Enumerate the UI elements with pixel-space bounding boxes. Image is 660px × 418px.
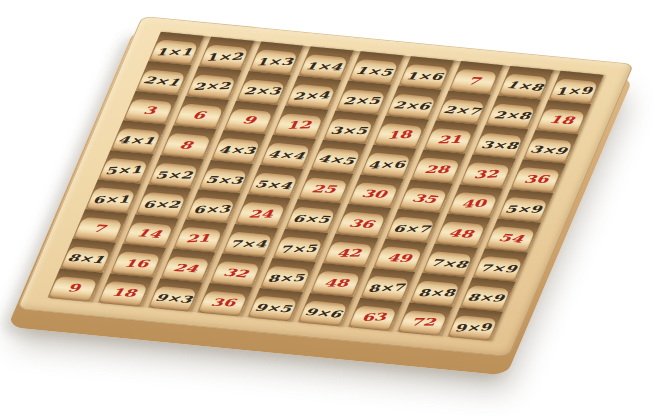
wooden-roller[interactable]: 42 bbox=[324, 241, 373, 266]
wooden-roller[interactable]: 16 bbox=[111, 251, 160, 276]
roller-cell-r1c3[interactable]: 1×3 bbox=[248, 42, 303, 76]
wooden-roller[interactable]: 9×3 bbox=[149, 285, 198, 310]
wooden-roller[interactable]: 7×8 bbox=[424, 251, 473, 276]
roller-cell-r6c2[interactable]: 6×2 bbox=[135, 184, 190, 218]
wooden-roller[interactable]: 9 bbox=[49, 276, 98, 301]
equation-label: 7×5 bbox=[280, 243, 317, 254]
equation-label: 7×4 bbox=[230, 239, 268, 249]
roller-cell-r3c6[interactable]: 18 bbox=[373, 115, 428, 149]
wooden-roller[interactable]: 7×4 bbox=[224, 231, 273, 256]
wooden-roller[interactable]: 30 bbox=[349, 182, 398, 207]
roller-cell-r9c6[interactable]: 9×6 bbox=[297, 293, 352, 327]
roller-cell-r5c6[interactable]: 30 bbox=[348, 174, 403, 208]
wooden-roller[interactable]: 8 bbox=[162, 133, 211, 158]
wooden-roller[interactable]: 2×3 bbox=[237, 79, 286, 104]
roller-cell-r8c6[interactable]: 48 bbox=[310, 263, 365, 297]
product-label: 6 bbox=[191, 111, 206, 122]
product-label: 48 bbox=[448, 228, 475, 239]
roller-cell-r7c6[interactable]: 42 bbox=[323, 234, 378, 268]
wooden-roller[interactable]: 72 bbox=[399, 310, 448, 335]
roller-cell-r2c5[interactable]: 2×5 bbox=[336, 81, 391, 115]
roller-cell-r3c9[interactable]: 3×9 bbox=[523, 130, 578, 164]
wooden-roller[interactable]: 4×1 bbox=[112, 128, 161, 153]
equation-label: 2×4 bbox=[293, 91, 330, 102]
roller-cell-r1c7[interactable]: 7 bbox=[448, 61, 503, 95]
wooden-roller[interactable]: 48 bbox=[311, 271, 360, 296]
product-label: 9 bbox=[67, 283, 80, 293]
wooden-roller[interactable]: 8×8 bbox=[411, 280, 460, 305]
equation-label: 1×9 bbox=[555, 86, 592, 97]
roller-cell-r3c2[interactable]: 6 bbox=[173, 96, 228, 130]
wooden-roller[interactable]: 36 bbox=[337, 211, 386, 236]
roller-cell-r4c2[interactable]: 8 bbox=[160, 125, 215, 159]
wooden-roller[interactable]: 1×4 bbox=[300, 54, 349, 79]
product-label: 35 bbox=[410, 193, 438, 205]
roller-cell-r3c1[interactable]: 3 bbox=[123, 91, 178, 125]
equation-label: 5×4 bbox=[254, 179, 293, 191]
equation-label: 6×7 bbox=[392, 224, 430, 234]
wooden-roller[interactable]: 7×5 bbox=[274, 236, 323, 261]
wooden-roller[interactable]: 5×4 bbox=[249, 172, 298, 197]
wooden-roller[interactable]: 9×6 bbox=[299, 300, 348, 325]
roller-cell-r2c1[interactable]: 2×1 bbox=[136, 61, 191, 95]
product-label: 24 bbox=[248, 209, 274, 219]
equation-label: 8×1 bbox=[66, 253, 105, 265]
wooden-roller[interactable]: 2×4 bbox=[287, 83, 336, 108]
product-label: 32 bbox=[474, 169, 499, 180]
equation-label: 6×5 bbox=[292, 214, 331, 225]
product-label: 18 bbox=[548, 115, 575, 126]
equation-label: 5×3 bbox=[204, 175, 243, 186]
product-label: 40 bbox=[461, 199, 486, 210]
equation-label: 5×9 bbox=[505, 204, 543, 214]
equation-label: 9×5 bbox=[254, 302, 293, 314]
product-label: 42 bbox=[336, 249, 362, 259]
roller-cell-r8c2[interactable]: 16 bbox=[110, 244, 165, 278]
roller-cell-r4c5[interactable]: 4×5 bbox=[310, 140, 365, 174]
roller-cell-r6c5[interactable]: 6×5 bbox=[285, 199, 340, 233]
roller-cell-r4c1[interactable]: 4×1 bbox=[111, 120, 166, 154]
roller-cell-r3c7[interactable]: 21 bbox=[423, 120, 478, 154]
roller-cell-r2c2[interactable]: 2×2 bbox=[186, 66, 241, 100]
product-label: 24 bbox=[172, 263, 199, 274]
wooden-tray: 1×11×21×31×41×51×671×81×92×12×22×32×42×5… bbox=[17, 16, 634, 357]
roller-cell-r1c2[interactable]: 1×2 bbox=[198, 37, 253, 71]
equation-label: 4×4 bbox=[267, 150, 306, 162]
wooden-roller[interactable]: 2×7 bbox=[437, 98, 486, 123]
roller-cell-r5c7[interactable]: 35 bbox=[398, 179, 453, 213]
wooden-roller[interactable]: 8×7 bbox=[361, 275, 410, 300]
equation-label: 2×3 bbox=[242, 86, 280, 96]
multiplication-board: 1×11×21×31×41×51×671×81×92×12×22×32×42×5… bbox=[17, 16, 634, 357]
roller-cell-r1c8[interactable]: 1×8 bbox=[498, 66, 553, 100]
wooden-roller[interactable]: 5×3 bbox=[199, 167, 248, 192]
roller-cell-r7c8[interactable]: 7×8 bbox=[423, 243, 478, 277]
equation-label: 5×1 bbox=[105, 165, 142, 176]
product-label: 49 bbox=[385, 253, 412, 264]
roller-grid: 1×11×21×31×41×51×671×81×92×12×22×32×42×5… bbox=[48, 32, 604, 341]
wooden-roller[interactable]: 5×2 bbox=[149, 162, 198, 187]
roller-cell-r7c4[interactable]: 7×4 bbox=[223, 224, 278, 258]
wooden-roller[interactable]: 1×8 bbox=[500, 73, 549, 98]
wooden-roller[interactable]: 24 bbox=[237, 202, 286, 227]
equation-label: 8×5 bbox=[267, 273, 304, 284]
roller-cell-r6c8[interactable]: 48 bbox=[435, 214, 490, 248]
roller-cell-r2c8[interactable]: 2×8 bbox=[486, 96, 541, 130]
wooden-roller[interactable]: 2×6 bbox=[387, 93, 436, 118]
equation-label: 4×6 bbox=[368, 160, 405, 171]
equation-label: 3×8 bbox=[480, 140, 519, 151]
wooden-roller[interactable]: 18 bbox=[374, 123, 423, 148]
equation-label: 2×7 bbox=[442, 105, 481, 117]
equation-label: 1×3 bbox=[255, 57, 293, 67]
roller-cell-r2c7[interactable]: 2×7 bbox=[436, 91, 491, 125]
equation-label: 2×2 bbox=[193, 81, 230, 92]
roller-cell-r2c4[interactable]: 2×4 bbox=[286, 76, 341, 110]
roller-cell-r5c5[interactable]: 25 bbox=[298, 170, 353, 204]
wooden-roller[interactable]: 24 bbox=[161, 256, 210, 281]
wooden-roller[interactable]: 7 bbox=[450, 69, 499, 94]
roller-cell-r7c9[interactable]: 7×9 bbox=[473, 248, 528, 282]
roller-cell-r1c1[interactable]: 1×1 bbox=[148, 32, 203, 66]
product-label: 48 bbox=[323, 278, 349, 288]
wooden-roller[interactable]: 6 bbox=[174, 103, 223, 128]
roller-cell-r8c8[interactable]: 8×8 bbox=[410, 273, 465, 307]
wooden-roller[interactable]: 21 bbox=[424, 128, 473, 153]
roller-cell-r5c2[interactable]: 5×2 bbox=[148, 155, 203, 189]
wooden-roller[interactable]: 8×1 bbox=[61, 246, 110, 271]
wooden-roller[interactable]: 25 bbox=[299, 177, 348, 202]
wooden-roller[interactable]: 6×5 bbox=[287, 207, 336, 232]
wooden-roller[interactable]: 6×3 bbox=[187, 197, 236, 222]
wooden-roller[interactable]: 3×8 bbox=[474, 133, 523, 158]
equation-label: 6×2 bbox=[142, 200, 180, 210]
product-label: 25 bbox=[310, 184, 336, 195]
roller-cell-r5c3[interactable]: 5×3 bbox=[198, 160, 253, 194]
wooden-roller[interactable]: 2×1 bbox=[137, 69, 186, 94]
wooden-roller[interactable]: 14 bbox=[124, 221, 173, 246]
roller-cell-r9c1[interactable]: 9 bbox=[48, 268, 103, 302]
roller-cell-r8c3[interactable]: 24 bbox=[160, 248, 215, 282]
wooden-roller[interactable]: 3×5 bbox=[324, 118, 373, 143]
equation-label: 8×8 bbox=[417, 288, 455, 298]
wooden-roller[interactable]: 8×5 bbox=[261, 266, 310, 291]
wooden-roller[interactable]: 21 bbox=[174, 226, 223, 251]
roller-cell-r2c6[interactable]: 2×6 bbox=[386, 86, 441, 120]
product-label: 36 bbox=[210, 298, 236, 309]
roller-cell-r6c7[interactable]: 6×7 bbox=[385, 209, 440, 243]
roller-cell-r8c4[interactable]: 32 bbox=[210, 253, 265, 287]
equation-label: 1×4 bbox=[305, 61, 344, 72]
roller-cell-r8c9[interactable]: 8×9 bbox=[460, 278, 515, 312]
product-label: 12 bbox=[286, 120, 311, 131]
equation-label: 4×3 bbox=[217, 145, 255, 155]
product-label: 7 bbox=[91, 224, 106, 235]
wooden-roller[interactable]: 18 bbox=[537, 108, 586, 133]
photo-canvas: 1×11×21×31×41×51×671×81×92×12×22×32×42×5… bbox=[0, 0, 660, 418]
roller-cell-r1c5[interactable]: 1×5 bbox=[348, 51, 403, 85]
equation-label: 9×3 bbox=[154, 292, 193, 304]
product-label: 30 bbox=[360, 189, 387, 200]
roller-cell-r1c4[interactable]: 1×4 bbox=[298, 46, 353, 80]
roller-cell-r6c9[interactable]: 54 bbox=[485, 219, 540, 253]
wooden-roller[interactable]: 4×5 bbox=[312, 147, 361, 172]
wooden-roller[interactable]: 1×3 bbox=[250, 49, 299, 74]
product-label: 63 bbox=[361, 312, 386, 323]
roller-cell-r4c8[interactable]: 32 bbox=[460, 155, 515, 189]
product-label: 28 bbox=[423, 165, 449, 175]
wooden-roller[interactable]: 54 bbox=[487, 226, 536, 251]
wooden-roller[interactable]: 1×5 bbox=[350, 59, 399, 84]
roller-cell-r3c4[interactable]: 12 bbox=[273, 106, 328, 140]
roller-cell-r5c9[interactable]: 5×9 bbox=[498, 189, 553, 223]
wooden-roller[interactable]: 1×6 bbox=[400, 64, 449, 89]
wooden-roller[interactable]: 5×1 bbox=[99, 157, 148, 182]
wooden-roller[interactable]: 7 bbox=[74, 217, 123, 242]
equation-label: 2×5 bbox=[343, 96, 381, 106]
product-label: 54 bbox=[497, 233, 525, 245]
roller-cell-r9c8[interactable]: 72 bbox=[397, 302, 452, 336]
product-label: 36 bbox=[523, 174, 549, 184]
roller-cell-r6c6[interactable]: 36 bbox=[335, 204, 390, 238]
product-label: 72 bbox=[410, 317, 436, 327]
roller-cell-r1c6[interactable]: 1×6 bbox=[398, 56, 453, 90]
wooden-roller[interactable]: 2×8 bbox=[487, 103, 536, 128]
wooden-roller[interactable]: 28 bbox=[412, 157, 461, 182]
equation-label: 2×8 bbox=[492, 110, 530, 120]
equation-label: 4×1 bbox=[117, 135, 156, 146]
equation-label: 8×7 bbox=[367, 283, 404, 294]
equation-label: 1×5 bbox=[354, 66, 393, 78]
wooden-roller[interactable]: 7×9 bbox=[474, 256, 523, 281]
product-label: 7 bbox=[466, 76, 481, 87]
roller-cell-r5c8[interactable]: 40 bbox=[448, 184, 503, 218]
roller-cell-r5c4[interactable]: 5×4 bbox=[248, 165, 303, 199]
equation-label: 1×1 bbox=[155, 47, 193, 57]
roller-cell-r4c9[interactable]: 36 bbox=[510, 159, 565, 193]
roller-cell-r4c6[interactable]: 4×6 bbox=[360, 145, 415, 179]
wooden-roller[interactable]: 6×7 bbox=[387, 216, 436, 241]
roller-cell-r4c7[interactable]: 28 bbox=[410, 150, 465, 184]
wooden-roller[interactable]: 63 bbox=[349, 305, 398, 330]
roller-cell-r8c7[interactable]: 8×7 bbox=[360, 268, 415, 302]
wooden-roller[interactable]: 6×1 bbox=[87, 187, 136, 212]
product-label: 9 bbox=[241, 115, 257, 126]
product-label: 36 bbox=[347, 218, 374, 230]
equation-label: 9×9 bbox=[455, 322, 492, 333]
roller-cell-r7c5[interactable]: 7×5 bbox=[273, 229, 328, 263]
wooden-roller[interactable]: 9×9 bbox=[449, 315, 498, 340]
roller-cell-r7c2[interactable]: 14 bbox=[123, 214, 178, 248]
wooden-roller[interactable]: 9 bbox=[224, 108, 273, 133]
wooden-roller[interactable]: 1×2 bbox=[200, 44, 249, 69]
product-label: 18 bbox=[110, 288, 137, 299]
wooden-roller[interactable]: 18 bbox=[99, 281, 148, 306]
equation-label: 7×8 bbox=[429, 258, 468, 270]
wooden-roller[interactable]: 1×9 bbox=[550, 78, 599, 103]
wooden-roller[interactable]: 2×5 bbox=[337, 88, 386, 113]
product-label: 16 bbox=[123, 258, 149, 269]
roller-cell-r8c5[interactable]: 8×5 bbox=[260, 258, 315, 292]
roller-cell-r1c9[interactable]: 1×9 bbox=[548, 71, 603, 105]
wooden-roller[interactable]: 4×4 bbox=[262, 143, 311, 168]
equation-label: 1×6 bbox=[405, 71, 443, 81]
wooden-roller[interactable]: 36 bbox=[512, 167, 561, 192]
wooden-roller[interactable]: 4×3 bbox=[212, 138, 261, 163]
roller-cell-r5c1[interactable]: 5×1 bbox=[98, 150, 153, 184]
roller-cell-r9c7[interactable]: 63 bbox=[347, 297, 402, 331]
equation-label: 9×6 bbox=[304, 307, 343, 320]
product-label: 21 bbox=[436, 135, 462, 145]
roller-cell-r9c9[interactable]: 9×9 bbox=[447, 307, 502, 341]
wooden-roller[interactable]: 4×6 bbox=[362, 152, 411, 177]
roller-cell-r4c4[interactable]: 4×4 bbox=[260, 135, 315, 169]
equation-label: 5×2 bbox=[155, 170, 193, 180]
equation-label: 6×3 bbox=[193, 204, 230, 215]
roller-cell-r9c4[interactable]: 36 bbox=[198, 283, 253, 317]
wooden-roller[interactable]: 5×9 bbox=[499, 197, 548, 222]
wooden-roller[interactable]: 3 bbox=[124, 98, 173, 123]
wooden-roller[interactable]: 3×9 bbox=[524, 137, 573, 162]
roller-cell-r2c9[interactable]: 18 bbox=[536, 100, 591, 134]
roller-cell-r6c3[interactable]: 6×3 bbox=[185, 189, 240, 223]
wooden-roller[interactable]: 8×9 bbox=[461, 285, 510, 310]
roller-cell-r9c3[interactable]: 9×3 bbox=[148, 278, 203, 312]
product-label: 32 bbox=[222, 267, 250, 279]
equation-label: 3×9 bbox=[529, 144, 568, 156]
wooden-roller[interactable]: 35 bbox=[399, 187, 448, 212]
equation-label: 2×6 bbox=[392, 101, 431, 112]
product-label: 18 bbox=[386, 130, 411, 141]
equation-label: 2×1 bbox=[142, 75, 181, 88]
wooden-roller[interactable]: 48 bbox=[437, 221, 486, 246]
wooden-roller[interactable]: 36 bbox=[199, 290, 248, 315]
equation-label: 7×9 bbox=[479, 263, 517, 273]
wooden-roller[interactable]: 40 bbox=[449, 192, 498, 217]
wooden-roller[interactable]: 6×2 bbox=[137, 192, 186, 217]
roller-cell-r9c5[interactable]: 9×5 bbox=[248, 288, 303, 322]
wooden-roller[interactable]: 9×5 bbox=[249, 295, 298, 320]
roller-cell-r7c7[interactable]: 49 bbox=[373, 238, 428, 272]
wooden-roller[interactable]: 32 bbox=[462, 162, 511, 187]
product-label: 3 bbox=[142, 106, 156, 116]
roller-cell-r6c4[interactable]: 24 bbox=[235, 194, 290, 228]
wooden-roller[interactable]: 12 bbox=[274, 113, 323, 138]
roller-cell-r3c8[interactable]: 3×8 bbox=[473, 125, 528, 159]
roller-cell-r7c1[interactable]: 7 bbox=[73, 209, 128, 243]
wooden-roller[interactable]: 2×2 bbox=[187, 74, 236, 99]
roller-cell-r7c3[interactable]: 21 bbox=[173, 219, 228, 253]
roller-cell-r3c3[interactable]: 9 bbox=[223, 101, 278, 135]
roller-cell-r3c5[interactable]: 3×5 bbox=[323, 110, 378, 144]
wooden-roller[interactable]: 49 bbox=[374, 246, 423, 271]
wooden-roller[interactable]: 32 bbox=[211, 261, 260, 286]
equation-label: 4×5 bbox=[317, 154, 356, 167]
roller-cell-r9c2[interactable]: 18 bbox=[98, 273, 153, 307]
equation-label: 8×9 bbox=[467, 292, 506, 303]
wooden-roller[interactable]: 1×1 bbox=[150, 39, 199, 64]
equation-label: 3×5 bbox=[330, 126, 368, 136]
equation-label: 6×1 bbox=[92, 194, 129, 205]
equation-label: 1×2 bbox=[206, 51, 243, 62]
roller-cell-r6c1[interactable]: 6×1 bbox=[85, 180, 140, 214]
roller-cell-r4c3[interactable]: 4×3 bbox=[210, 130, 265, 164]
roller-cell-r2c3[interactable]: 2×3 bbox=[236, 71, 291, 105]
roller-cell-r8c1[interactable]: 8×1 bbox=[60, 239, 115, 273]
product-label: 14 bbox=[135, 228, 163, 240]
product-label: 8 bbox=[179, 140, 194, 151]
equation-label: 1×8 bbox=[504, 80, 543, 93]
product-label: 21 bbox=[186, 234, 211, 245]
